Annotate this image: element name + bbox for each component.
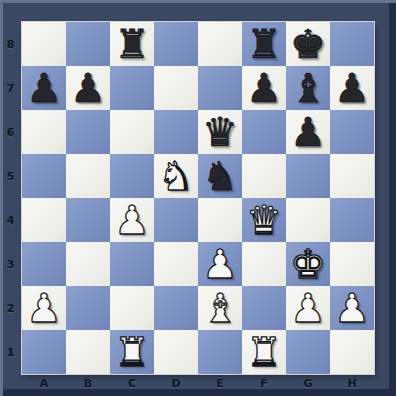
- rank-label-8: 8: [0, 22, 21, 66]
- square-g8[interactable]: ♚: [286, 22, 330, 66]
- square-f8[interactable]: ♜: [242, 22, 286, 66]
- square-c8[interactable]: ♜: [110, 22, 154, 66]
- white-pawn-c4[interactable]: ♟: [114, 198, 150, 242]
- square-g5[interactable]: [286, 154, 330, 198]
- black-queen-e6[interactable]: ♛: [202, 110, 238, 154]
- square-b2[interactable]: [66, 286, 110, 330]
- rank-label-4: 4: [0, 198, 21, 242]
- square-f7[interactable]: ♟: [242, 66, 286, 110]
- white-rook-f1[interactable]: ♜: [246, 330, 282, 374]
- square-e6[interactable]: ♛: [198, 110, 242, 154]
- file-label-h: H: [330, 374, 374, 393]
- file-label-c: C: [110, 374, 154, 393]
- square-c1[interactable]: ♜: [110, 330, 154, 374]
- square-d6[interactable]: [154, 110, 198, 154]
- square-d1[interactable]: [154, 330, 198, 374]
- square-c3[interactable]: [110, 242, 154, 286]
- square-c5[interactable]: [110, 154, 154, 198]
- rank-label-2: 2: [0, 286, 21, 330]
- chess-board-frame: ♜♜♚♟♟♟♝♟♛♟♞♞♟♛♟♚♟♝♟♟♜♜ 87654321 ABCDEFGH: [0, 0, 396, 396]
- rank-label-3: 3: [0, 242, 21, 286]
- square-d3[interactable]: [154, 242, 198, 286]
- square-g4[interactable]: [286, 198, 330, 242]
- square-h8[interactable]: [330, 22, 374, 66]
- black-king-g8[interactable]: ♚: [290, 22, 326, 66]
- square-e8[interactable]: [198, 22, 242, 66]
- square-d4[interactable]: [154, 198, 198, 242]
- white-pawn-g2[interactable]: ♟: [290, 286, 326, 330]
- square-c4[interactable]: ♟: [110, 198, 154, 242]
- black-pawn-h7[interactable]: ♟: [334, 66, 370, 110]
- square-e1[interactable]: [198, 330, 242, 374]
- square-f3[interactable]: [242, 242, 286, 286]
- square-d2[interactable]: [154, 286, 198, 330]
- square-b6[interactable]: [66, 110, 110, 154]
- black-knight-e5[interactable]: ♞: [202, 154, 238, 198]
- square-e5[interactable]: ♞: [198, 154, 242, 198]
- file-label-f: F: [242, 374, 286, 393]
- white-pawn-e3[interactable]: ♟: [202, 242, 238, 286]
- rank-label-1: 1: [0, 330, 21, 374]
- square-g1[interactable]: [286, 330, 330, 374]
- square-h1[interactable]: [330, 330, 374, 374]
- square-e2[interactable]: ♝: [198, 286, 242, 330]
- square-c7[interactable]: [110, 66, 154, 110]
- white-knight-d5[interactable]: ♞: [158, 154, 194, 198]
- square-b7[interactable]: ♟: [66, 66, 110, 110]
- square-c6[interactable]: [110, 110, 154, 154]
- file-label-b: B: [66, 374, 110, 393]
- file-label-d: D: [154, 374, 198, 393]
- black-pawn-g6[interactable]: ♟: [290, 110, 326, 154]
- square-a3[interactable]: [22, 242, 66, 286]
- file-label-a: A: [22, 374, 66, 393]
- square-a4[interactable]: [22, 198, 66, 242]
- square-g7[interactable]: ♝: [286, 66, 330, 110]
- white-king-g3[interactable]: ♚: [290, 242, 326, 286]
- square-e4[interactable]: [198, 198, 242, 242]
- square-h6[interactable]: [330, 110, 374, 154]
- white-pawn-a2[interactable]: ♟: [26, 286, 62, 330]
- square-h7[interactable]: ♟: [330, 66, 374, 110]
- black-rook-f8[interactable]: ♜: [246, 22, 282, 66]
- square-a1[interactable]: [22, 330, 66, 374]
- square-h4[interactable]: [330, 198, 374, 242]
- rank-label-7: 7: [0, 66, 21, 110]
- square-f2[interactable]: [242, 286, 286, 330]
- black-pawn-f7[interactable]: ♟: [246, 66, 282, 110]
- square-e7[interactable]: [198, 66, 242, 110]
- rank-label-5: 5: [0, 154, 21, 198]
- rank-label-6: 6: [0, 110, 21, 154]
- square-a5[interactable]: [22, 154, 66, 198]
- square-d8[interactable]: [154, 22, 198, 66]
- square-g6[interactable]: ♟: [286, 110, 330, 154]
- black-pawn-b7[interactable]: ♟: [70, 66, 106, 110]
- white-pawn-h2[interactable]: ♟: [334, 286, 370, 330]
- square-a7[interactable]: ♟: [22, 66, 66, 110]
- square-f1[interactable]: ♜: [242, 330, 286, 374]
- square-b5[interactable]: [66, 154, 110, 198]
- file-label-e: E: [198, 374, 242, 393]
- square-g3[interactable]: ♚: [286, 242, 330, 286]
- square-h2[interactable]: ♟: [330, 286, 374, 330]
- file-label-g: G: [286, 374, 330, 393]
- square-d7[interactable]: [154, 66, 198, 110]
- chess-board: ♜♜♚♟♟♟♝♟♛♟♞♞♟♛♟♚♟♝♟♟♜♜: [22, 22, 374, 374]
- square-a6[interactable]: [22, 110, 66, 154]
- white-rook-c1[interactable]: ♜: [114, 330, 150, 374]
- square-e3[interactable]: ♟: [198, 242, 242, 286]
- square-h3[interactable]: [330, 242, 374, 286]
- square-f6[interactable]: [242, 110, 286, 154]
- square-b1[interactable]: [66, 330, 110, 374]
- black-bishop-g7[interactable]: ♝: [290, 66, 326, 110]
- square-a2[interactable]: ♟: [22, 286, 66, 330]
- white-queen-f4[interactable]: ♛: [246, 198, 282, 242]
- square-f5[interactable]: [242, 154, 286, 198]
- square-f4[interactable]: ♛: [242, 198, 286, 242]
- square-d5[interactable]: ♞: [154, 154, 198, 198]
- white-bishop-e2[interactable]: ♝: [202, 286, 238, 330]
- square-a8[interactable]: [22, 22, 66, 66]
- square-b3[interactable]: [66, 242, 110, 286]
- square-b4[interactable]: [66, 198, 110, 242]
- square-h5[interactable]: [330, 154, 374, 198]
- square-c2[interactable]: [110, 286, 154, 330]
- square-b8[interactable]: [66, 22, 110, 66]
- black-pawn-a7[interactable]: ♟: [26, 66, 62, 110]
- square-g2[interactable]: ♟: [286, 286, 330, 330]
- black-rook-c8[interactable]: ♜: [114, 22, 150, 66]
